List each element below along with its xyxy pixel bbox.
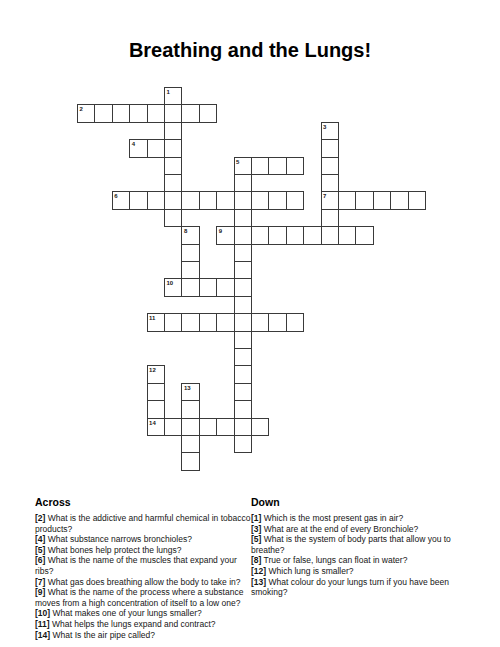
- cell-r8-c15[interactable]: [338, 226, 356, 244]
- cell-r7-c9[interactable]: [234, 209, 252, 227]
- cell-r8-c16[interactable]: [355, 226, 373, 244]
- cell-r1-c4[interactable]: [147, 104, 165, 122]
- down-clue-3: [3] What are at the end of every Bronchi…: [251, 524, 470, 535]
- cell-r19-c5[interactable]: [164, 418, 182, 436]
- crossword-page: { "game": "crossword", "title": "Breathi…: [0, 0, 500, 647]
- across-clue-11: [11] What helps the lungs expand and con…: [35, 619, 254, 630]
- clue-number-label: [8]: [251, 555, 261, 565]
- cell-r5-c5[interactable]: [164, 174, 182, 192]
- clue-number-label: [2]: [35, 513, 45, 523]
- across-clue-6: [6] What is the name of the muscles that…: [35, 555, 254, 576]
- down-header: Down: [251, 496, 470, 508]
- cell-r19-c7[interactable]: [199, 418, 217, 436]
- across-clue-2: [2] What is the addictive and harmful ch…: [35, 513, 254, 534]
- cell-r9-c6[interactable]: [181, 244, 199, 262]
- cell-r11-c9[interactable]: [234, 278, 252, 296]
- cell-r19-c8[interactable]: [216, 418, 234, 436]
- cell-number-1: 1: [167, 89, 170, 95]
- cell-r10-c9[interactable]: [234, 261, 252, 279]
- cell-r6-c15[interactable]: [338, 191, 356, 209]
- cell-number-9: 9: [219, 228, 222, 234]
- cell-number-13: 13: [184, 385, 191, 391]
- cell-r18-c4[interactable]: [147, 400, 165, 418]
- down-clue-list: [1] Which is the most present gas in air…: [251, 513, 470, 598]
- cell-r6-c6[interactable]: [181, 191, 199, 209]
- cell-r3-c5[interactable]: [164, 139, 182, 157]
- cell-r6-c17[interactable]: [373, 191, 391, 209]
- cell-r8-c13[interactable]: [303, 226, 321, 244]
- cell-r6-c16[interactable]: [355, 191, 373, 209]
- cell-r8-c6[interactable]: 8: [181, 226, 199, 244]
- cell-r2-c14[interactable]: 3: [321, 122, 339, 140]
- cell-r4-c10[interactable]: [251, 157, 269, 175]
- cell-r13-c8[interactable]: [216, 313, 234, 331]
- cell-r6-c10[interactable]: [251, 191, 269, 209]
- clue-number-label: [10]: [35, 608, 50, 618]
- cell-r21-c6[interactable]: [181, 452, 199, 470]
- cell-r8-c9[interactable]: [234, 226, 252, 244]
- cell-number-12: 12: [149, 367, 156, 373]
- across-header: Across: [35, 496, 254, 508]
- cell-r13-c11[interactable]: [268, 313, 286, 331]
- cell-r10-c6[interactable]: [181, 261, 199, 279]
- cell-r6-c18[interactable]: [390, 191, 408, 209]
- cell-r16-c9[interactable]: [234, 365, 252, 383]
- clue-number-label: [14]: [35, 630, 50, 640]
- cell-number-6: 6: [114, 193, 117, 199]
- cell-r4-c12[interactable]: [286, 157, 304, 175]
- crossword-grid: 1234567891011121314: [77, 87, 427, 472]
- cell-r11-c5[interactable]: 10: [164, 278, 182, 296]
- clue-number-label: [13]: [251, 577, 266, 587]
- across-clue-9: [9] What is the name of the process wher…: [35, 587, 254, 608]
- cell-r16-c4[interactable]: 12: [147, 365, 165, 383]
- across-clue-10: [10] What makes one of your lungs smalle…: [35, 608, 254, 619]
- cell-r8-c14[interactable]: [321, 226, 339, 244]
- down-clue-12: [12] Which lung is smaller?: [251, 566, 470, 577]
- clue-number-label: [5]: [35, 545, 45, 555]
- clue-number-label: [1]: [251, 513, 261, 523]
- cell-r4-c9[interactable]: 5: [234, 157, 252, 175]
- cell-r11-c8[interactable]: [216, 278, 234, 296]
- cell-r6-c2[interactable]: 6: [112, 191, 130, 209]
- cell-r19-c10[interactable]: [251, 418, 269, 436]
- cell-r1-c1[interactable]: [94, 104, 112, 122]
- cell-r7-c14[interactable]: [321, 209, 339, 227]
- across-clue-7: [7] What gas does breathing allow the bo…: [35, 577, 254, 588]
- down-clue-1: [1] Which is the most present gas in air…: [251, 513, 470, 524]
- cell-r13-c4[interactable]: 11: [147, 313, 165, 331]
- cell-number-4: 4: [132, 141, 135, 147]
- across-clue-5: [5] What bones help protect the lungs?: [35, 545, 254, 556]
- cell-r6-c11[interactable]: [268, 191, 286, 209]
- cell-r13-c5[interactable]: [164, 313, 182, 331]
- cell-number-2: 2: [80, 106, 83, 112]
- cell-number-7: 7: [323, 193, 326, 199]
- cell-r8-c8[interactable]: 9: [216, 226, 234, 244]
- clue-number-label: [6]: [35, 555, 45, 565]
- cell-r15-c9[interactable]: [234, 348, 252, 366]
- cell-r1-c3[interactable]: [129, 104, 147, 122]
- clue-number-label: [11]: [35, 619, 50, 629]
- cell-r4-c11[interactable]: [268, 157, 286, 175]
- cell-r8-c10[interactable]: [251, 226, 269, 244]
- cell-r12-c9[interactable]: [234, 296, 252, 314]
- cell-r5-c9[interactable]: [234, 174, 252, 192]
- across-clue-4: [4] What substance narrows bronchioles?: [35, 534, 254, 545]
- clue-number-label: [9]: [35, 587, 45, 597]
- cell-number-14: 14: [149, 420, 156, 426]
- clue-number-label: [7]: [35, 577, 45, 587]
- across-clues-section: Across [2] What is the addictive and har…: [35, 496, 254, 640]
- cell-r17-c9[interactable]: [234, 383, 252, 401]
- cell-r4-c5[interactable]: [164, 157, 182, 175]
- cell-r13-c10[interactable]: [251, 313, 269, 331]
- cell-r2-c5[interactable]: [164, 122, 182, 140]
- down-clues-section: Down [1] Which is the most present gas i…: [251, 496, 470, 598]
- cell-r14-c9[interactable]: [234, 331, 252, 349]
- cell-r11-c7[interactable]: [199, 278, 217, 296]
- cell-r3-c3[interactable]: 4: [129, 139, 147, 157]
- cell-r6-c4[interactable]: [147, 191, 165, 209]
- cell-r7-c5[interactable]: [164, 209, 182, 227]
- cell-number-8: 8: [184, 228, 187, 234]
- cell-r1-c6[interactable]: [181, 104, 199, 122]
- page-title: Breathing and the Lungs!: [0, 39, 500, 62]
- cell-r13-c7[interactable]: [199, 313, 217, 331]
- cell-r6-c14[interactable]: 7: [321, 191, 339, 209]
- cell-number-11: 11: [149, 315, 155, 321]
- cell-r17-c6[interactable]: 13: [181, 383, 199, 401]
- cell-r6-c19[interactable]: [408, 191, 426, 209]
- cell-r13-c9[interactable]: [234, 313, 252, 331]
- cell-r6-c9[interactable]: [234, 191, 252, 209]
- cell-r6-c5[interactable]: [164, 191, 182, 209]
- cell-r11-c6[interactable]: [181, 278, 199, 296]
- cell-r1-c0[interactable]: 2: [77, 104, 95, 122]
- cell-r1-c2[interactable]: [112, 104, 130, 122]
- cell-r3-c4[interactable]: [147, 139, 165, 157]
- cell-r0-c5[interactable]: 1: [164, 87, 182, 105]
- cell-r1-c5[interactable]: [164, 104, 182, 122]
- cell-r8-c12[interactable]: [286, 226, 304, 244]
- cell-number-5: 5: [236, 159, 239, 165]
- cell-r18-c9[interactable]: [234, 400, 252, 418]
- down-clue-13: [13] What colour do your lungs turn if y…: [251, 577, 470, 598]
- clue-number-label: [4]: [35, 534, 45, 544]
- clue-number-label: [5]: [251, 534, 261, 544]
- cell-r13-c12[interactable]: [286, 313, 304, 331]
- cell-r17-c4[interactable]: [147, 383, 165, 401]
- cell-r19-c4[interactable]: 14: [147, 418, 165, 436]
- down-clue-5: [5] What is the system of body parts tha…: [251, 534, 470, 555]
- across-clue-list: [2] What is the addictive and harmful ch…: [35, 513, 254, 640]
- across-clue-14: [14] What Is the air pipe called?: [35, 630, 254, 641]
- cell-r19-c9[interactable]: [234, 418, 252, 436]
- cell-r18-c6[interactable]: [181, 400, 199, 418]
- cell-r8-c11[interactable]: [268, 226, 286, 244]
- cell-r4-c14[interactable]: [321, 157, 339, 175]
- cell-r19-c6[interactable]: [181, 418, 199, 436]
- cell-r6-c3[interactable]: [129, 191, 147, 209]
- cell-r3-c14[interactable]: [321, 139, 339, 157]
- down-clue-8: [8] True or false, lungs can float in wa…: [251, 555, 470, 566]
- cell-number-10: 10: [167, 280, 174, 286]
- cell-r20-c6[interactable]: [181, 435, 199, 453]
- cell-r9-c9[interactable]: [234, 244, 252, 262]
- cell-number-3: 3: [323, 124, 326, 130]
- clue-number-label: [3]: [251, 524, 261, 534]
- cell-r6-c7[interactable]: [199, 191, 217, 209]
- cell-r13-c6[interactable]: [181, 313, 199, 331]
- cell-r20-c9[interactable]: [234, 435, 252, 453]
- cell-r1-c7[interactable]: [199, 104, 217, 122]
- clue-number-label: [12]: [251, 566, 266, 576]
- cell-r6-c8[interactable]: [216, 191, 234, 209]
- cell-r6-c12[interactable]: [286, 191, 304, 209]
- cell-r5-c14[interactable]: [321, 174, 339, 192]
